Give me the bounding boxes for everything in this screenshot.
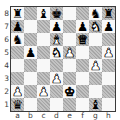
piece-white-pawn: ♟ xyxy=(64,46,75,59)
file-label-c: c xyxy=(37,112,50,120)
square-e1 xyxy=(63,98,76,111)
square-h3 xyxy=(102,72,115,85)
square-h8: ♜ xyxy=(102,7,115,20)
square-b4 xyxy=(24,59,37,72)
file-label-a: a xyxy=(11,112,24,120)
piece-white-bishop: ♝ xyxy=(51,33,62,46)
piece-black-knight: ♞ xyxy=(12,33,23,46)
square-h1 xyxy=(102,98,115,111)
square-b6 xyxy=(24,33,37,46)
piece-white-queen: ♛ xyxy=(77,33,88,46)
square-d3: ♟ xyxy=(50,72,63,85)
square-b8 xyxy=(24,7,37,20)
square-a8: ♜ xyxy=(11,7,24,20)
square-d2 xyxy=(50,85,63,98)
square-g1: ♝ xyxy=(89,98,102,111)
square-g7: ♞ xyxy=(89,20,102,33)
square-f1 xyxy=(76,98,89,111)
square-f4 xyxy=(76,59,89,72)
square-a5 xyxy=(11,46,24,59)
piece-white-king: ♚ xyxy=(64,85,75,98)
square-g6 xyxy=(89,33,102,46)
rank-labels: 87654321 xyxy=(0,7,9,111)
square-d1 xyxy=(50,98,63,111)
file-label-g: g xyxy=(89,112,102,120)
square-f5 xyxy=(76,46,89,59)
piece-white-pawn: ♟ xyxy=(103,46,114,59)
square-a7: ♟ xyxy=(11,20,24,33)
piece-white-pawn: ♟ xyxy=(12,85,23,98)
square-c2: ♟ xyxy=(37,85,50,98)
piece-black-king: ♚ xyxy=(51,7,62,20)
square-a4 xyxy=(11,59,24,72)
square-c4 xyxy=(37,59,50,72)
square-f7: ♟ xyxy=(76,20,89,33)
square-g5 xyxy=(89,46,102,59)
square-e2: ♚ xyxy=(63,85,76,98)
chess-board: ♜♝♚♞♜♟♟♟♞♟♞♝♛♟♞♟♟♟♟♟♟♚♛♝ xyxy=(10,6,116,112)
piece-black-pawn: ♟ xyxy=(77,20,88,33)
square-c3 xyxy=(37,72,50,85)
square-b3 xyxy=(24,72,37,85)
square-g2 xyxy=(89,85,102,98)
file-labels: abcdefgh xyxy=(11,112,115,120)
piece-black-queen: ♛ xyxy=(12,98,23,111)
square-b7 xyxy=(24,20,37,33)
piece-black-pawn: ♟ xyxy=(25,46,36,59)
piece-black-bishop: ♝ xyxy=(38,7,49,20)
square-g3 xyxy=(89,72,102,85)
rank-label-5: 5 xyxy=(0,46,9,59)
square-c7 xyxy=(37,20,50,33)
square-f6: ♛ xyxy=(76,33,89,46)
piece-black-bishop: ♝ xyxy=(90,98,101,111)
square-a2: ♟ xyxy=(11,85,24,98)
rank-label-3: 3 xyxy=(0,72,9,85)
square-e6 xyxy=(63,33,76,46)
square-c5 xyxy=(37,46,50,59)
square-c8: ♝ xyxy=(37,7,50,20)
square-e5: ♟ xyxy=(63,46,76,59)
piece-black-knight: ♞ xyxy=(90,7,101,20)
piece-black-rook: ♜ xyxy=(103,7,114,20)
square-g4: ♟ xyxy=(89,59,102,72)
square-g8: ♞ xyxy=(89,7,102,20)
piece-white-pawn: ♟ xyxy=(90,59,101,72)
square-a6: ♞ xyxy=(11,33,24,46)
square-b2 xyxy=(24,85,37,98)
rank-label-7: 7 xyxy=(0,20,9,33)
piece-white-pawn: ♟ xyxy=(51,72,62,85)
square-h5: ♟ xyxy=(102,46,115,59)
square-b5: ♟ xyxy=(24,46,37,59)
square-d6: ♝ xyxy=(50,33,63,46)
square-d7: ♟ xyxy=(50,20,63,33)
piece-black-pawn: ♟ xyxy=(51,20,62,33)
square-h6 xyxy=(102,33,115,46)
square-d5: ♞ xyxy=(50,46,63,59)
square-e3 xyxy=(63,72,76,85)
rank-label-1: 1 xyxy=(0,98,9,111)
rank-label-4: 4 xyxy=(0,59,9,72)
chess-diagram: 87654321 ♜♝♚♞♜♟♟♟♞♟♞♝♛♟♞♟♟♟♟♟♟♚♛♝ abcdef… xyxy=(0,0,120,120)
square-d8: ♚ xyxy=(50,7,63,20)
rank-label-8: 8 xyxy=(0,7,9,20)
piece-white-pawn: ♟ xyxy=(38,85,49,98)
file-label-e: e xyxy=(63,112,76,120)
square-e7 xyxy=(63,20,76,33)
square-e4 xyxy=(63,59,76,72)
rank-label-6: 6 xyxy=(0,33,9,46)
square-a3 xyxy=(11,72,24,85)
piece-black-pawn: ♟ xyxy=(12,20,23,33)
file-label-h: h xyxy=(102,112,115,120)
square-h7: ♟ xyxy=(102,20,115,33)
piece-white-knight: ♞ xyxy=(51,46,62,59)
square-a1: ♛ xyxy=(11,98,24,111)
file-label-b: b xyxy=(24,112,37,120)
file-label-d: d xyxy=(50,112,63,120)
rank-label-2: 2 xyxy=(0,85,9,98)
piece-black-rook: ♜ xyxy=(12,7,23,20)
square-d4 xyxy=(50,59,63,72)
file-label-f: f xyxy=(76,112,89,120)
square-h2 xyxy=(102,85,115,98)
square-h4 xyxy=(102,59,115,72)
square-f2 xyxy=(76,85,89,98)
square-c1 xyxy=(37,98,50,111)
piece-white-knight: ♞ xyxy=(90,20,101,33)
square-e8 xyxy=(63,7,76,20)
piece-black-pawn: ♟ xyxy=(103,20,114,33)
square-c6 xyxy=(37,33,50,46)
square-f8 xyxy=(76,7,89,20)
square-f3 xyxy=(76,72,89,85)
square-b1 xyxy=(24,98,37,111)
